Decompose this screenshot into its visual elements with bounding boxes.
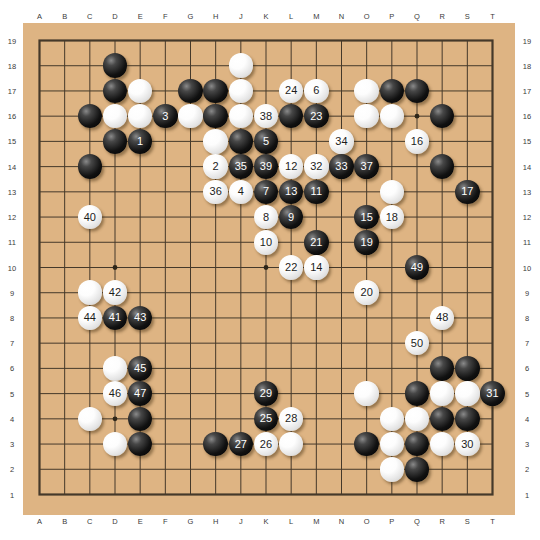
stone-white-k16[interactable]: 38 (254, 104, 279, 129)
stone-white-l4[interactable]: 28 (279, 407, 304, 432)
move-number: 10 (260, 237, 272, 248)
move-number: 39 (260, 161, 272, 172)
move-number: 47 (134, 388, 146, 399)
move-number: 14 (310, 262, 322, 273)
stone-white-e16[interactable] (128, 104, 153, 129)
stone-black-r16[interactable] (430, 104, 455, 129)
stone-black-l13[interactable]: 13 (279, 180, 304, 205)
stone-black-o14[interactable]: 37 (354, 154, 379, 179)
stone-black-n14[interactable]: 33 (329, 154, 354, 179)
stone-black-l12[interactable]: 9 (279, 205, 304, 230)
move-number: 23 (310, 111, 322, 122)
move-number: 30 (461, 439, 473, 450)
stone-white-r5[interactable] (430, 381, 455, 406)
stone-black-d15[interactable] (103, 129, 128, 154)
move-number: 27 (235, 439, 247, 450)
move-number: 13 (285, 186, 297, 197)
stone-white-o17[interactable] (354, 79, 379, 104)
stone-black-e4[interactable] (128, 407, 153, 432)
move-number: 12 (285, 161, 297, 172)
move-number: 33 (335, 161, 347, 172)
stone-black-e6[interactable]: 45 (128, 356, 153, 381)
stone-white-s3[interactable]: 30 (455, 432, 480, 457)
stone-white-m10[interactable]: 14 (304, 255, 329, 280)
stone-white-d16[interactable] (103, 104, 128, 129)
stone-white-c12[interactable]: 40 (78, 205, 103, 230)
stone-white-d5[interactable]: 46 (103, 381, 128, 406)
stone-white-j17[interactable] (229, 79, 254, 104)
stone-black-r14[interactable] (430, 154, 455, 179)
move-number: 20 (361, 287, 373, 298)
stone-black-h16[interactable] (203, 104, 228, 129)
stone-black-j15[interactable] (229, 129, 254, 154)
stone-black-r6[interactable] (430, 356, 455, 381)
stone-black-e15[interactable]: 1 (128, 129, 153, 154)
move-number: 48 (436, 312, 448, 323)
move-number: 22 (285, 262, 297, 273)
stone-black-q2[interactable] (405, 457, 430, 482)
move-number: 5 (263, 136, 269, 147)
stone-black-m13[interactable]: 11 (304, 180, 329, 205)
stone-black-c14[interactable] (78, 154, 103, 179)
stone-white-l14[interactable]: 12 (279, 154, 304, 179)
stone-black-k15[interactable]: 5 (254, 129, 279, 154)
stone-black-k5[interactable]: 29 (254, 381, 279, 406)
move-number: 49 (411, 262, 423, 273)
stone-white-q4[interactable] (405, 407, 430, 432)
move-number: 44 (84, 312, 96, 323)
move-number: 34 (335, 136, 347, 147)
move-number: 17 (461, 186, 473, 197)
move-number: 41 (109, 312, 121, 323)
move-number: 45 (134, 363, 146, 374)
stone-black-l16[interactable] (279, 104, 304, 129)
stone-white-s5[interactable] (455, 381, 480, 406)
stone-black-q10[interactable]: 49 (405, 255, 430, 280)
move-number: 18 (386, 212, 398, 223)
stone-black-d18[interactable] (103, 53, 128, 78)
stone-white-q15[interactable]: 16 (405, 129, 430, 154)
stone-black-s4[interactable] (455, 407, 480, 432)
move-number: 36 (210, 186, 222, 197)
move-number: 25 (260, 413, 272, 424)
stone-black-p17[interactable] (380, 79, 405, 104)
move-number: 24 (285, 85, 297, 96)
move-number: 42 (109, 287, 121, 298)
stone-black-o11[interactable]: 19 (354, 230, 379, 255)
stone-white-m17[interactable]: 6 (304, 79, 329, 104)
stone-black-q3[interactable] (405, 432, 430, 457)
stone-white-h14[interactable]: 2 (203, 154, 228, 179)
stone-white-d3[interactable] (103, 432, 128, 457)
move-number: 6 (313, 85, 319, 96)
stone-white-e17[interactable] (128, 79, 153, 104)
move-number: 11 (311, 186, 322, 197)
stones-layer: 2463382315341623539123233373647131117408… (0, 0, 540, 540)
stone-white-d9[interactable]: 42 (103, 280, 128, 305)
move-number: 4 (238, 186, 244, 197)
stone-white-k11[interactable]: 10 (254, 230, 279, 255)
stone-white-r8[interactable]: 48 (430, 306, 455, 331)
stone-black-m11[interactable]: 21 (304, 230, 329, 255)
move-number: 15 (361, 212, 373, 223)
stone-black-h17[interactable] (203, 79, 228, 104)
stone-white-c4[interactable] (78, 407, 103, 432)
stone-black-d8[interactable]: 41 (103, 306, 128, 331)
move-number: 9 (288, 212, 294, 223)
stone-black-g17[interactable] (178, 79, 203, 104)
stone-black-s6[interactable] (455, 356, 480, 381)
stone-white-m14[interactable]: 32 (304, 154, 329, 179)
stone-white-p4[interactable] (380, 407, 405, 432)
stone-black-e5[interactable]: 47 (128, 381, 153, 406)
move-number: 26 (260, 439, 272, 450)
stone-black-c16[interactable] (78, 104, 103, 129)
move-number: 46 (109, 388, 121, 399)
stone-black-k13[interactable]: 7 (254, 180, 279, 205)
stone-white-c8[interactable]: 44 (78, 306, 103, 331)
stone-white-r3[interactable] (430, 432, 455, 457)
move-number: 32 (310, 161, 322, 172)
stone-black-q5[interactable] (405, 381, 430, 406)
go-diagram: ABCDEFGHJKLMNOPQRST ABCDEFGHJKLMNOPQRST … (0, 0, 540, 540)
stone-white-l3[interactable] (279, 432, 304, 457)
move-number: 1 (137, 136, 143, 147)
move-number: 19 (361, 237, 373, 248)
move-number: 35 (235, 161, 247, 172)
move-number: 3 (162, 111, 168, 122)
move-number: 43 (134, 312, 146, 323)
move-number: 16 (411, 136, 423, 147)
stone-white-h15[interactable] (203, 129, 228, 154)
stone-white-k3[interactable]: 26 (254, 432, 279, 457)
move-number: 40 (84, 212, 96, 223)
stone-black-h3[interactable] (203, 432, 228, 457)
stone-white-d6[interactable] (103, 356, 128, 381)
move-number: 29 (260, 388, 272, 399)
stone-black-e8[interactable]: 43 (128, 306, 153, 331)
stone-black-d17[interactable] (103, 79, 128, 104)
stone-white-l17[interactable]: 24 (279, 79, 304, 104)
stone-white-j18[interactable] (229, 53, 254, 78)
move-number: 21 (310, 237, 322, 248)
stone-black-f16[interactable]: 3 (153, 104, 178, 129)
stone-black-m16[interactable]: 23 (304, 104, 329, 129)
move-number: 28 (285, 413, 297, 424)
stone-white-c9[interactable] (78, 280, 103, 305)
move-number: 38 (260, 111, 272, 122)
stone-black-k14[interactable]: 39 (254, 154, 279, 179)
stone-black-j14[interactable]: 35 (229, 154, 254, 179)
stone-white-q7[interactable]: 50 (405, 331, 430, 356)
stone-white-n15[interactable]: 34 (329, 129, 354, 154)
stone-black-j3[interactable]: 27 (229, 432, 254, 457)
stone-white-p12[interactable]: 18 (380, 205, 405, 230)
move-number: 31 (486, 388, 498, 399)
stone-black-k4[interactable]: 25 (254, 407, 279, 432)
stone-black-s13[interactable]: 17 (455, 180, 480, 205)
stone-white-o5[interactable] (354, 381, 379, 406)
stone-black-t5[interactable]: 31 (480, 381, 505, 406)
stone-white-g16[interactable] (178, 104, 203, 129)
move-number: 7 (263, 186, 269, 197)
move-number: 50 (411, 338, 423, 349)
stone-white-p2[interactable] (380, 457, 405, 482)
stone-white-p13[interactable] (380, 180, 405, 205)
stone-white-k12[interactable]: 8 (254, 205, 279, 230)
stone-black-o3[interactable] (354, 432, 379, 457)
move-number: 37 (361, 161, 373, 172)
stone-black-q17[interactable] (405, 79, 430, 104)
stone-white-h13[interactable]: 36 (203, 180, 228, 205)
stone-white-p3[interactable] (380, 432, 405, 457)
move-number: 8 (263, 212, 269, 223)
move-number: 2 (213, 161, 219, 172)
stone-black-r4[interactable] (430, 407, 455, 432)
stone-white-j16[interactable] (229, 104, 254, 129)
stone-white-o9[interactable]: 20 (354, 280, 379, 305)
stone-white-p16[interactable] (380, 104, 405, 129)
stone-black-o12[interactable]: 15 (354, 205, 379, 230)
stone-black-e3[interactable] (128, 432, 153, 457)
stone-white-l10[interactable]: 22 (279, 255, 304, 280)
stone-white-j13[interactable]: 4 (229, 180, 254, 205)
stone-white-o16[interactable] (354, 104, 379, 129)
